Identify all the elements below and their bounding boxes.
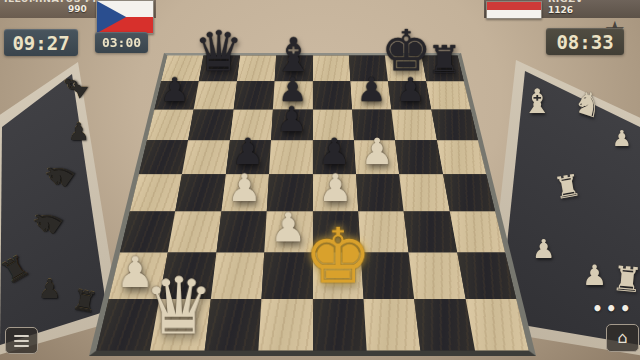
square-b4[interactable] [176, 174, 226, 211]
square-e8[interactable] [313, 55, 351, 81]
square-g4[interactable] [399, 174, 449, 211]
square-f4[interactable] [356, 174, 404, 211]
clock-black-main: 08:33 [546, 28, 624, 55]
captured-white-pawn: ♟ [532, 236, 555, 262]
clock-white-secondary: 03:00 [95, 32, 148, 53]
piece-white-pawn-e4[interactable]: ♟ [318, 170, 352, 206]
square-c3[interactable] [216, 211, 267, 252]
square-h8[interactable]: ♜ [421, 55, 463, 81]
piece-black-pawn-f7[interactable]: ♟ [357, 74, 387, 106]
square-c4[interactable]: ♟ [221, 174, 269, 211]
flag-czech-triangle [97, 1, 153, 33]
flag-czech-republic [96, 0, 154, 34]
square-a5[interactable] [139, 140, 189, 174]
square-g5[interactable] [395, 140, 442, 174]
square-e2[interactable]: ♚ [313, 253, 364, 299]
captured-white-bishop: ♝ [522, 84, 552, 118]
square-c7[interactable] [233, 81, 274, 109]
captured-black-rook: ♜ [70, 286, 100, 318]
square-h2[interactable] [457, 253, 516, 299]
captured-white-knight: ♞ [570, 84, 607, 123]
move-list-button[interactable] [5, 327, 38, 354]
square-d1[interactable] [258, 299, 312, 351]
player-rating-left: 990 [68, 4, 87, 14]
square-b5[interactable] [182, 140, 229, 174]
piece-black-pawn-g7[interactable]: ♟ [396, 74, 426, 106]
square-b1[interactable]: ♛ [150, 299, 210, 351]
square-g2[interactable] [409, 253, 465, 299]
piece-black-pawn-d6[interactable]: ♟ [276, 103, 307, 136]
square-f7[interactable]: ♟ [350, 81, 391, 109]
square-g7[interactable]: ♟ [388, 81, 431, 109]
square-a4[interactable] [130, 174, 182, 211]
square-g3[interactable] [404, 211, 457, 252]
piece-black-queen-b8[interactable]: ♛ [194, 25, 244, 78]
captured-white-pawn: ♟ [612, 128, 632, 150]
piece-white-king-e2[interactable]: ♚ [304, 221, 372, 293]
captured-black-rook: ♜ [0, 250, 35, 289]
square-d5[interactable] [269, 140, 312, 174]
captured-black-pawn: ♟ [38, 276, 61, 302]
square-h7[interactable] [426, 81, 471, 109]
captured-black-bishop: ♝ [55, 67, 95, 106]
square-h1[interactable] [465, 299, 528, 351]
square-e4[interactable]: ♟ [313, 174, 359, 211]
captured-black-knight: ♞ [37, 153, 82, 197]
captured-white-rook: ♜ [611, 261, 640, 298]
square-g6[interactable] [392, 109, 437, 140]
square-b6[interactable] [188, 109, 233, 140]
home-icon: ⌂ [617, 330, 627, 346]
move-list-icon [14, 335, 29, 337]
square-b3[interactable] [168, 211, 221, 252]
square-d6[interactable]: ♟ [271, 109, 312, 140]
captured-black-knight: ♞ [25, 200, 70, 244]
piece-black-pawn-a7[interactable]: ♟ [160, 74, 190, 106]
square-h3[interactable] [449, 211, 505, 252]
square-a6[interactable] [147, 109, 194, 140]
piece-white-queen-b1[interactable]: ♛ [143, 269, 214, 344]
square-e1[interactable] [313, 299, 367, 351]
captured-white-rook: ♜ [552, 170, 584, 204]
piece-white-pawn-c4[interactable]: ♟ [227, 170, 261, 206]
player-rating-right: 1126 [548, 5, 573, 15]
piece-white-pawn-f5[interactable]: ♟ [361, 135, 394, 170]
square-a7[interactable]: ♟ [154, 81, 199, 109]
clock-white-main: 09:27 [4, 29, 78, 56]
square-g1[interactable] [414, 299, 474, 351]
captured-white-pawn: ♟ [582, 262, 607, 290]
square-h4[interactable] [443, 174, 495, 211]
square-b8[interactable]: ♛ [199, 55, 240, 81]
square-h6[interactable] [431, 109, 478, 140]
home-button[interactable]: ⌂ [606, 324, 639, 352]
square-c2[interactable] [211, 253, 265, 299]
square-h5[interactable] [437, 140, 487, 174]
game-screen: ♛♝♚♜♟♟♟♟♟♟♟♟♟♟♟♟♚♛ ILLUMINATUS PIVO 990 … [0, 0, 640, 360]
flag-indonesia [486, 1, 542, 19]
player-bar-left: ILLUMINATUS PIVO 990 [0, 0, 156, 18]
piece-white-pawn-d3[interactable]: ♟ [270, 209, 306, 247]
square-f5[interactable]: ♟ [354, 140, 399, 174]
piece-black-rook-h8[interactable]: ♜ [427, 41, 462, 78]
square-e7[interactable] [313, 81, 353, 109]
player-name-right: RIGZV [548, 0, 583, 4]
more-options-icon[interactable]: ••• [592, 299, 634, 319]
captured-black-pawn: ♟ [68, 120, 90, 144]
square-b7[interactable] [194, 81, 237, 109]
square-f1[interactable] [363, 299, 420, 351]
chess-board[interactable]: ♛♝♚♜♟♟♟♟♟♟♟♟♟♟♟♟♚♛ [89, 53, 536, 356]
